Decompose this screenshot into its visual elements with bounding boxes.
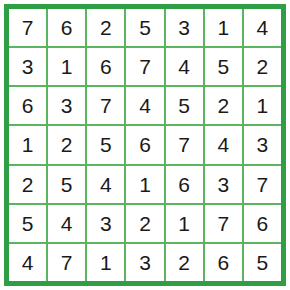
grid-cell-r1c3[interactable]: 2 — [87, 9, 124, 46]
grid-cell-r5c5[interactable]: 6 — [166, 166, 203, 203]
grid-cell-r2c6[interactable]: 5 — [205, 48, 242, 85]
grid-cell-r1c2[interactable]: 6 — [48, 9, 85, 46]
grid-cell-r4c1[interactable]: 1 — [9, 126, 46, 163]
grid-cell-r7c1[interactable]: 4 — [9, 244, 46, 281]
grid-cell-r2c4[interactable]: 7 — [126, 48, 163, 85]
grid-cell-r3c3[interactable]: 7 — [87, 87, 124, 124]
grid-cell-r5c6[interactable]: 3 — [205, 166, 242, 203]
grid-cell-r3c4[interactable]: 4 — [126, 87, 163, 124]
grid-cell-r4c3[interactable]: 5 — [87, 126, 124, 163]
grid-cell-r7c3[interactable]: 1 — [87, 244, 124, 281]
grid-cell-r7c6[interactable]: 6 — [205, 244, 242, 281]
grid-cell-r2c3[interactable]: 6 — [87, 48, 124, 85]
grid-cell-r2c1[interactable]: 3 — [9, 48, 46, 85]
grid-cell-r6c2[interactable]: 4 — [48, 205, 85, 242]
grid-cell-r1c4[interactable]: 5 — [126, 9, 163, 46]
grid-cell-r6c6[interactable]: 7 — [205, 205, 242, 242]
grid-cell-r3c7[interactable]: 1 — [244, 87, 281, 124]
grid-cell-r5c4[interactable]: 1 — [126, 166, 163, 203]
grid-cell-r3c6[interactable]: 2 — [205, 87, 242, 124]
grid-cell-r4c5[interactable]: 7 — [166, 126, 203, 163]
grid-cell-r2c5[interactable]: 4 — [166, 48, 203, 85]
grid-cell-r6c4[interactable]: 2 — [126, 205, 163, 242]
grid-cell-r7c5[interactable]: 2 — [166, 244, 203, 281]
grid-cell-r7c4[interactable]: 3 — [126, 244, 163, 281]
puzzle-board: 7625314316745263745211256743254163754321… — [4, 4, 286, 286]
grid-cell-r1c6[interactable]: 1 — [205, 9, 242, 46]
grid-cell-r7c2[interactable]: 7 — [48, 244, 85, 281]
grid-cell-r3c2[interactable]: 3 — [48, 87, 85, 124]
grid-cell-r4c4[interactable]: 6 — [126, 126, 163, 163]
grid-cell-r6c1[interactable]: 5 — [9, 205, 46, 242]
grid-cell-r1c5[interactable]: 3 — [166, 9, 203, 46]
grid-cell-r2c2[interactable]: 1 — [48, 48, 85, 85]
puzzle-board-margin: 7625314316745263745211256743254163754321… — [0, 0, 282, 282]
grid-cell-r4c7[interactable]: 3 — [244, 126, 281, 163]
grid-cell-r6c3[interactable]: 3 — [87, 205, 124, 242]
grid-cell-r4c6[interactable]: 4 — [205, 126, 242, 163]
grid-cell-r6c5[interactable]: 1 — [166, 205, 203, 242]
grid-cell-r5c2[interactable]: 5 — [48, 166, 85, 203]
grid-cell-r1c1[interactable]: 7 — [9, 9, 46, 46]
grid-cell-r5c1[interactable]: 2 — [9, 166, 46, 203]
grid-cell-r7c7[interactable]: 5 — [244, 244, 281, 281]
grid-cell-r5c7[interactable]: 7 — [244, 166, 281, 203]
grid-cell-r3c1[interactable]: 6 — [9, 87, 46, 124]
grid-cell-r3c5[interactable]: 5 — [166, 87, 203, 124]
grid-cell-r2c7[interactable]: 2 — [244, 48, 281, 85]
grid-cell-r6c7[interactable]: 6 — [244, 205, 281, 242]
grid-cell-r4c2[interactable]: 2 — [48, 126, 85, 163]
grid-cell-r5c3[interactable]: 4 — [87, 166, 124, 203]
grid-cell-r1c7[interactable]: 4 — [244, 9, 281, 46]
